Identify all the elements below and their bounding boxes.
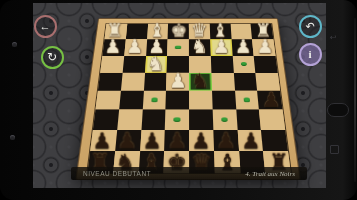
square-a4[interactable]: [256, 73, 281, 91]
square-c7[interactable]: ♟: [213, 130, 238, 151]
black-pawn: ♟: [142, 129, 161, 151]
square-b5[interactable]: [235, 91, 260, 110]
turn-indicator: 4. Trait aux Noirs: [245, 170, 295, 178]
white-knight: ♞: [191, 37, 208, 56]
black-pawn: ♟: [93, 129, 112, 151]
square-g6[interactable]: [117, 110, 142, 130]
square-g5[interactable]: [119, 91, 144, 110]
phone-edge-highlight: [354, 18, 356, 182]
restart-button[interactable]: ↻: [41, 46, 64, 69]
square-f1[interactable]: ♝: [147, 24, 169, 40]
screenshot: ♜♝♚♛♝♜♟♟♟♞♟♟♟♞♟♞♟♟♟♟♟♟♟♟♜♞♝♚♛♝♜ NIVEAU D…: [0, 0, 357, 200]
square-f3[interactable]: ♞: [145, 56, 168, 73]
square-c1[interactable]: ♝: [210, 24, 232, 40]
square-e1[interactable]: ♚: [168, 24, 189, 40]
white-pawn: ♟: [148, 37, 165, 56]
square-a3[interactable]: [254, 56, 278, 73]
arrow-left-icon: ←: [40, 20, 51, 31]
home-button[interactable]: [327, 103, 349, 117]
square-d1[interactable]: ♛: [189, 24, 210, 40]
square-f2[interactable]: ♟: [146, 39, 168, 55]
white-bishop: ♝: [212, 21, 229, 40]
square-e5[interactable]: [166, 91, 189, 110]
square-c6[interactable]: [212, 110, 237, 130]
square-e6[interactable]: [165, 110, 189, 130]
square-h1[interactable]: ♜: [104, 24, 127, 40]
black-pawn: ♟: [216, 129, 235, 151]
square-f5[interactable]: [142, 91, 166, 110]
square-b3[interactable]: [232, 56, 255, 73]
square-a6[interactable]: [259, 110, 285, 130]
square-c4[interactable]: [211, 73, 234, 91]
info-button[interactable]: i: [299, 43, 322, 66]
square-e4[interactable]: ♟: [166, 73, 189, 91]
square-b2[interactable]: ♟: [231, 39, 254, 55]
back-key-icon[interactable]: ↩: [330, 34, 337, 42]
phone-frame: ♜♝♚♛♝♜♟♟♟♞♟♟♟♞♟♞♟♟♟♟♟♟♟♟♜♞♝♚♛♝♜ NIVEAU D…: [0, 0, 357, 200]
square-g7[interactable]: ♟: [115, 130, 141, 151]
black-pawn: ♟: [241, 129, 260, 151]
white-king: ♚: [170, 21, 187, 40]
legal-move-dot[interactable]: [175, 45, 181, 49]
square-b1[interactable]: [230, 24, 252, 40]
white-rook: ♜: [107, 21, 124, 40]
square-f7[interactable]: ♟: [140, 130, 165, 151]
square-b6[interactable]: [236, 110, 261, 130]
status-bar: NIVEAU DEBUTANT 4. Trait aux Noirs: [71, 167, 307, 180]
square-h3[interactable]: [100, 56, 124, 73]
sensor-dot: [10, 135, 15, 140]
white-pawn: ♟: [126, 37, 143, 56]
square-c5[interactable]: [212, 91, 236, 110]
level-label: NIVEAU DEBUTANT: [83, 170, 151, 177]
white-pawn: ♟: [235, 37, 252, 56]
white-knight: ♞: [147, 53, 164, 73]
square-a2[interactable]: ♟: [252, 39, 275, 55]
square-d2[interactable]: ♞: [189, 39, 211, 55]
black-pawn: ♟: [167, 129, 186, 151]
black-pawn: ♟: [118, 129, 137, 151]
front-camera: [12, 42, 17, 47]
square-d5[interactable]: [189, 91, 212, 110]
square-h4[interactable]: [98, 73, 122, 91]
square-c2[interactable]: ♟: [210, 39, 232, 55]
square-h2[interactable]: ♟: [102, 39, 125, 55]
info-icon: i: [308, 48, 311, 59]
black-knight: ♞: [191, 71, 209, 91]
white-rook: ♜: [255, 21, 272, 40]
app-screen: ♜♝♚♛♝♜♟♟♟♞♟♟♟♞♟♞♟♟♟♟♟♟♟♟♜♞♝♚♛♝♜ NIVEAU D…: [33, 3, 326, 188]
board-grid: ♜♝♚♛♝♜♟♟♟♞♟♟♟♞♟♞♟♟♟♟♟♟♟♟♜♞♝♚♛♝♜: [86, 23, 292, 174]
undo-icon: ↶: [305, 20, 314, 31]
square-a1[interactable]: ♜: [251, 24, 274, 40]
chess-board: ♜♝♚♛♝♜♟♟♟♞♟♟♟♞♟♞♟♟♟♟♟♟♟♟♜♞♝♚♛♝♜: [75, 18, 301, 180]
square-a5[interactable]: ♟: [257, 91, 282, 110]
square-f4[interactable]: [143, 73, 166, 91]
square-b7[interactable]: ♟: [237, 130, 263, 151]
square-g4[interactable]: [121, 73, 145, 91]
legal-move-dot[interactable]: [174, 117, 181, 122]
square-e3[interactable]: [167, 56, 189, 73]
square-b4[interactable]: [233, 73, 257, 91]
restart-icon: ↻: [47, 51, 57, 63]
white-pawn: ♟: [256, 37, 273, 56]
white-pawn: ♟: [105, 37, 122, 56]
square-e2[interactable]: [167, 39, 189, 55]
white-pawn: ♟: [213, 37, 230, 56]
square-g1[interactable]: [126, 24, 148, 40]
undo-button[interactable]: ↶: [299, 15, 322, 38]
square-e7[interactable]: ♟: [164, 130, 189, 151]
square-a7[interactable]: [261, 130, 288, 151]
legal-move-dot[interactable]: [240, 62, 247, 66]
square-d4[interactable]: ♞: [189, 73, 212, 91]
square-d7[interactable]: ♟: [189, 130, 214, 151]
square-d3[interactable]: [189, 56, 211, 73]
white-queen: ♛: [191, 21, 208, 40]
square-h5[interactable]: [95, 91, 120, 110]
white-pawn: ♟: [169, 71, 187, 91]
square-c3[interactable]: [211, 56, 234, 73]
legal-move-dot[interactable]: [151, 98, 158, 103]
back-button[interactable]: ←: [34, 15, 57, 38]
square-g3[interactable]: [122, 56, 145, 73]
white-bishop: ♝: [149, 21, 166, 40]
square-g2[interactable]: ♟: [124, 39, 147, 55]
recents-key-icon[interactable]: [330, 145, 339, 154]
square-h7[interactable]: ♟: [90, 130, 117, 151]
board-scene: ♜♝♚♛♝♜♟♟♟♞♟♟♟♞♟♞♟♟♟♟♟♟♟♟♜♞♝♚♛♝♜: [88, 3, 288, 188]
legal-move-dot[interactable]: [221, 117, 228, 122]
square-h6[interactable]: [93, 110, 119, 130]
legal-move-dot[interactable]: [243, 98, 250, 103]
square-f6[interactable]: [141, 110, 166, 130]
square-d6[interactable]: [189, 110, 213, 130]
black-pawn: ♟: [192, 129, 211, 151]
black-pawn: ♟: [262, 89, 280, 110]
